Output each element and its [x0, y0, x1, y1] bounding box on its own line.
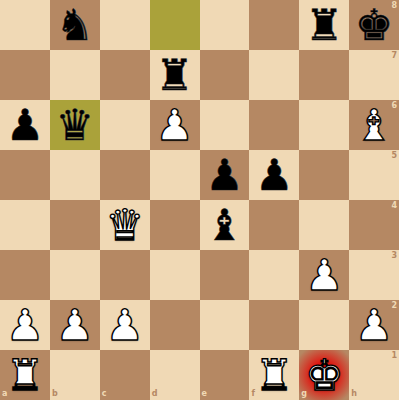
square-b8[interactable]: ♞: [50, 0, 100, 50]
square-d5[interactable]: [150, 150, 200, 200]
square-f2[interactable]: [249, 300, 299, 350]
square-e5[interactable]: ♟: [200, 150, 250, 200]
file-label-e: e: [202, 390, 207, 398]
white-queen-c4[interactable]: ♛: [105, 200, 144, 250]
square-f5[interactable]: ♟: [249, 150, 299, 200]
square-b2[interactable]: ♟: [50, 300, 100, 350]
square-e4[interactable]: ♝: [200, 200, 250, 250]
white-pawn-h2[interactable]: ♟: [355, 300, 394, 350]
white-rook-a1[interactable]: ♜: [6, 350, 45, 400]
square-c5[interactable]: [100, 150, 150, 200]
square-b6[interactable]: ♛: [50, 100, 100, 150]
chess-board: ♞♜8♚♜7♟♛♟6♝♟♟5♛♝4♟3♟♟♟2♟a♜bcdef♜g♚h1: [0, 0, 399, 400]
square-d1[interactable]: d: [150, 350, 200, 400]
rank-label-7: 7: [391, 52, 397, 60]
square-e8[interactable]: [200, 0, 250, 50]
black-queen-b6[interactable]: ♛: [56, 100, 95, 150]
square-h4[interactable]: 4: [349, 200, 399, 250]
square-a3[interactable]: [0, 250, 50, 300]
square-d6[interactable]: ♟: [150, 100, 200, 150]
square-h7[interactable]: 7: [349, 50, 399, 100]
square-a8[interactable]: [0, 0, 50, 50]
square-f7[interactable]: [249, 50, 299, 100]
square-a5[interactable]: [0, 150, 50, 200]
square-a1[interactable]: a♜: [0, 350, 50, 400]
black-king-h8[interactable]: ♚: [355, 0, 394, 50]
rank-label-4: 4: [391, 202, 397, 210]
square-g3[interactable]: ♟: [299, 250, 349, 300]
white-rook-f1[interactable]: ♜: [255, 350, 294, 400]
square-g7[interactable]: [299, 50, 349, 100]
file-label-c: c: [102, 390, 107, 398]
square-a7[interactable]: [0, 50, 50, 100]
square-h1[interactable]: h1: [349, 350, 399, 400]
white-king-g1[interactable]: ♚: [305, 350, 344, 400]
white-pawn-b2[interactable]: ♟: [56, 300, 95, 350]
square-c7[interactable]: [100, 50, 150, 100]
file-label-d: d: [152, 390, 158, 398]
square-f6[interactable]: [249, 100, 299, 150]
square-e7[interactable]: [200, 50, 250, 100]
square-g1[interactable]: g♚: [299, 350, 349, 400]
square-g2[interactable]: [299, 300, 349, 350]
black-pawn-f5[interactable]: ♟: [255, 150, 294, 200]
square-c8[interactable]: [100, 0, 150, 50]
square-g8[interactable]: ♜: [299, 0, 349, 50]
square-h5[interactable]: 5: [349, 150, 399, 200]
square-b5[interactable]: [50, 150, 100, 200]
square-b4[interactable]: [50, 200, 100, 250]
square-c1[interactable]: c: [100, 350, 150, 400]
square-g4[interactable]: [299, 200, 349, 250]
square-h6[interactable]: 6♝: [349, 100, 399, 150]
square-f1[interactable]: f♜: [249, 350, 299, 400]
square-c4[interactable]: ♛: [100, 200, 150, 250]
square-a6[interactable]: ♟: [0, 100, 50, 150]
square-d7[interactable]: ♜: [150, 50, 200, 100]
square-c3[interactable]: [100, 250, 150, 300]
square-d2[interactable]: [150, 300, 200, 350]
file-label-h: h: [351, 390, 357, 398]
rank-label-1: 1: [391, 352, 397, 360]
square-g6[interactable]: [299, 100, 349, 150]
square-b3[interactable]: [50, 250, 100, 300]
square-f4[interactable]: [249, 200, 299, 250]
square-a4[interactable]: [0, 200, 50, 250]
square-f8[interactable]: [249, 0, 299, 50]
white-pawn-d6[interactable]: ♟: [155, 100, 194, 150]
white-pawn-a2[interactable]: ♟: [6, 300, 45, 350]
black-rook-g8[interactable]: ♜: [305, 0, 344, 50]
square-d4[interactable]: [150, 200, 200, 250]
file-label-b: b: [52, 390, 58, 398]
square-d8[interactable]: [150, 0, 200, 50]
square-e3[interactable]: [200, 250, 250, 300]
square-d3[interactable]: [150, 250, 200, 300]
square-h8[interactable]: 8♚: [349, 0, 399, 50]
square-c6[interactable]: [100, 100, 150, 150]
rank-label-3: 3: [391, 252, 397, 260]
square-h3[interactable]: 3: [349, 250, 399, 300]
square-b1[interactable]: b: [50, 350, 100, 400]
black-knight-b8[interactable]: ♞: [56, 0, 95, 50]
square-a2[interactable]: ♟: [0, 300, 50, 350]
black-pawn-e5[interactable]: ♟: [205, 150, 244, 200]
black-rook-d7[interactable]: ♜: [155, 50, 194, 100]
black-pawn-a6[interactable]: ♟: [6, 100, 45, 150]
black-bishop-e4[interactable]: ♝: [205, 200, 244, 250]
square-h2[interactable]: 2♟: [349, 300, 399, 350]
square-b7[interactable]: [50, 50, 100, 100]
white-pawn-g3[interactable]: ♟: [305, 250, 344, 300]
square-c2[interactable]: ♟: [100, 300, 150, 350]
white-bishop-h6[interactable]: ♝: [355, 100, 394, 150]
chess-board-container: ♞♜8♚♜7♟♛♟6♝♟♟5♛♝4♟3♟♟♟2♟a♜bcdef♜g♚h1: [0, 0, 399, 400]
square-g5[interactable]: [299, 150, 349, 200]
square-f3[interactable]: [249, 250, 299, 300]
square-e6[interactable]: [200, 100, 250, 150]
rank-label-5: 5: [391, 152, 397, 160]
square-e1[interactable]: e: [200, 350, 250, 400]
square-e2[interactable]: [200, 300, 250, 350]
white-pawn-c2[interactable]: ♟: [105, 300, 144, 350]
